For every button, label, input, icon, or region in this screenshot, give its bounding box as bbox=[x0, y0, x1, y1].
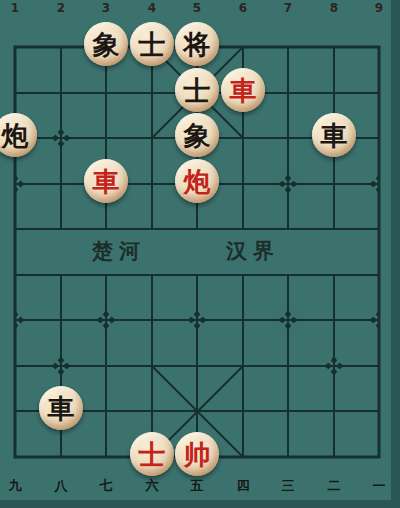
black-general[interactable]: 将 bbox=[175, 22, 219, 66]
black-advisor[interactable]: 士 bbox=[175, 68, 219, 112]
red-chariot[interactable]: 車 bbox=[221, 68, 265, 112]
xiangqi-board-screen: 123456789 九八七六五四三二一 楚河 汉界 象士将士車炮象車車炮車士帅 bbox=[0, 0, 400, 508]
red-advisor[interactable]: 士 bbox=[130, 432, 174, 476]
red-chariot[interactable]: 車 bbox=[84, 159, 128, 203]
black-chariot[interactable]: 車 bbox=[39, 386, 83, 430]
black-elephant[interactable]: 象 bbox=[175, 113, 219, 157]
black-elephant[interactable]: 象 bbox=[84, 22, 128, 66]
black-chariot[interactable]: 車 bbox=[312, 113, 356, 157]
red-general[interactable]: 帅 bbox=[175, 432, 219, 476]
pieces-layer: 象士将士車炮象車車炮車士帅 bbox=[0, 0, 400, 508]
black-advisor[interactable]: 士 bbox=[130, 22, 174, 66]
black-cannon[interactable]: 炮 bbox=[0, 113, 37, 157]
red-cannon[interactable]: 炮 bbox=[175, 159, 219, 203]
